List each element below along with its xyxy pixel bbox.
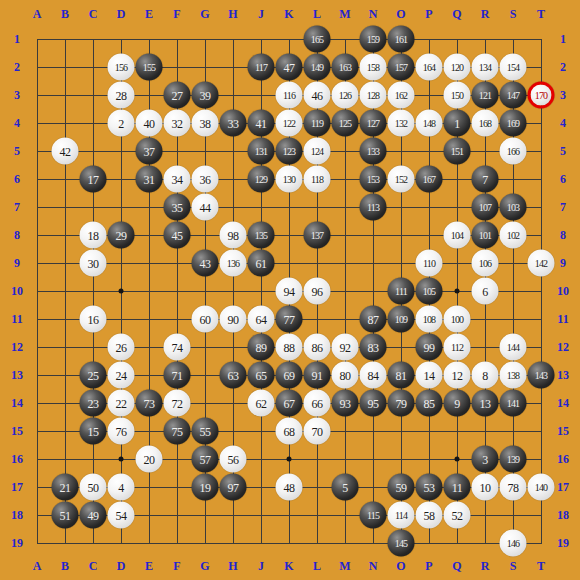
move-number: 127 [367, 118, 380, 128]
move-number: 159 [367, 34, 380, 44]
col-label-bottom: T [537, 560, 545, 572]
col-label-bottom: R [481, 560, 490, 572]
stone-white-d2[interactable]: 156 [108, 54, 135, 81]
row-label-right: 15 [557, 425, 569, 437]
row-label-left: 1 [14, 33, 20, 45]
stone-black-n11[interactable]: 87 [360, 306, 387, 333]
stone-white-p18[interactable]: 58 [416, 502, 443, 529]
stone-black-m17[interactable]: 5 [332, 474, 359, 501]
stone-black-c13[interactable]: 25 [80, 362, 107, 389]
row-label-left: 8 [14, 229, 20, 241]
stone-black-p17[interactable]: 53 [416, 474, 443, 501]
stone-white-l6[interactable]: 118 [304, 166, 331, 193]
stone-white-t9[interactable]: 142 [528, 250, 555, 277]
stone-white-e4[interactable]: 40 [136, 110, 163, 137]
stone-black-r7[interactable]: 107 [472, 194, 499, 221]
stone-white-l5[interactable]: 124 [304, 138, 331, 165]
stone-white-h16[interactable]: 56 [220, 446, 247, 473]
stone-black-n18[interactable]: 115 [360, 502, 387, 529]
row-label-left: 6 [14, 173, 20, 185]
move-number: 81 [396, 369, 407, 381]
stone-black-c18[interactable]: 49 [80, 502, 107, 529]
stone-black-p10[interactable]: 105 [416, 278, 443, 305]
col-label-bottom: Q [452, 560, 461, 572]
col-label-top: P [425, 8, 432, 20]
stone-white-s2[interactable]: 154 [500, 54, 527, 81]
stone-white-k10[interactable]: 94 [276, 278, 303, 305]
stone-white-l10[interactable]: 96 [304, 278, 331, 305]
stone-white-l12[interactable]: 86 [304, 334, 331, 361]
col-label-top: F [173, 8, 180, 20]
stone-white-r13[interactable]: 8 [472, 362, 499, 389]
stone-black-n1[interactable]: 159 [360, 26, 387, 53]
col-label-top: L [313, 8, 321, 20]
move-number: 23 [88, 397, 99, 409]
stone-black-s3[interactable]: 147 [500, 82, 527, 109]
stone-white-c9[interactable]: 30 [80, 250, 107, 277]
stone-black-h4[interactable]: 33 [220, 110, 247, 137]
stone-white-o18[interactable]: 114 [388, 502, 415, 529]
move-number: 46 [312, 89, 323, 101]
move-number: 130 [283, 174, 296, 184]
row-label-right: 11 [557, 313, 568, 325]
move-number: 93 [340, 397, 351, 409]
row-label-right: 2 [560, 61, 566, 73]
move-number: 44 [200, 201, 211, 213]
stone-white-f6[interactable]: 34 [164, 166, 191, 193]
stone-black-l4[interactable]: 119 [304, 110, 331, 137]
move-number: 72 [172, 397, 183, 409]
stone-white-p13[interactable]: 14 [416, 362, 443, 389]
move-number: 136 [227, 258, 240, 268]
move-number: 118 [311, 174, 323, 184]
stone-white-d15[interactable]: 76 [108, 418, 135, 445]
move-number: 89 [256, 341, 267, 353]
stone-white-p4[interactable]: 148 [416, 110, 443, 137]
stone-white-o6[interactable]: 152 [388, 166, 415, 193]
move-number: 135 [255, 230, 268, 240]
stone-black-s16[interactable]: 139 [500, 446, 527, 473]
move-number: 134 [479, 62, 492, 72]
col-label-bottom: K [284, 560, 293, 572]
stone-black-r8[interactable]: 101 [472, 222, 499, 249]
row-label-left: 18 [11, 509, 23, 521]
move-number: 120 [451, 62, 464, 72]
stone-white-h11[interactable]: 90 [220, 306, 247, 333]
stone-white-d13[interactable]: 24 [108, 362, 135, 389]
stone-white-p11[interactable]: 108 [416, 306, 443, 333]
stone-black-f7[interactable]: 35 [164, 194, 191, 221]
stone-black-j12[interactable]: 89 [248, 334, 275, 361]
stone-white-g11[interactable]: 60 [192, 306, 219, 333]
star-point [455, 457, 460, 462]
row-label-left: 15 [11, 425, 23, 437]
stone-white-q18[interactable]: 52 [444, 502, 471, 529]
stone-black-b17[interactable]: 21 [52, 474, 79, 501]
stone-black-c6[interactable]: 17 [80, 166, 107, 193]
stone-white-k6[interactable]: 130 [276, 166, 303, 193]
stone-white-r9[interactable]: 106 [472, 250, 499, 277]
col-label-bottom: P [425, 560, 432, 572]
col-label-top: M [339, 8, 350, 20]
stone-black-r6[interactable]: 7 [472, 166, 499, 193]
move-number: 165 [311, 34, 324, 44]
col-label-top: N [369, 8, 378, 20]
move-number: 70 [312, 425, 323, 437]
stone-black-o14[interactable]: 79 [388, 390, 415, 417]
move-number: 156 [115, 62, 128, 72]
stone-black-s14[interactable]: 141 [500, 390, 527, 417]
stone-white-n2[interactable]: 158 [360, 54, 387, 81]
stone-white-d3[interactable]: 28 [108, 82, 135, 109]
stone-white-n3[interactable]: 128 [360, 82, 387, 109]
move-number: 116 [283, 90, 295, 100]
stone-black-n12[interactable]: 83 [360, 334, 387, 361]
move-number: 100 [451, 314, 464, 324]
move-number: 104 [451, 230, 464, 240]
move-number: 117 [255, 62, 267, 72]
stone-black-j9[interactable]: 61 [248, 250, 275, 277]
stone-black-f3[interactable]: 27 [164, 82, 191, 109]
col-label-bottom: E [145, 560, 153, 572]
move-number: 124 [311, 146, 324, 156]
stone-black-g3[interactable]: 39 [192, 82, 219, 109]
move-number: 37 [144, 145, 155, 157]
move-number: 19 [200, 481, 211, 493]
stone-white-o3[interactable]: 162 [388, 82, 415, 109]
col-label-top: R [481, 8, 490, 20]
stone-black-s7[interactable]: 103 [500, 194, 527, 221]
stone-white-l3[interactable]: 46 [304, 82, 331, 109]
row-label-right: 1 [560, 33, 566, 45]
stone-black-g9[interactable]: 43 [192, 250, 219, 277]
stone-white-q13[interactable]: 12 [444, 362, 471, 389]
stone-white-b5[interactable]: 42 [52, 138, 79, 165]
stone-black-m14[interactable]: 93 [332, 390, 359, 417]
stone-black-n14[interactable]: 95 [360, 390, 387, 417]
move-number: 158 [367, 62, 380, 72]
stone-white-f12[interactable]: 74 [164, 334, 191, 361]
stone-black-n5[interactable]: 133 [360, 138, 387, 165]
stone-white-k12[interactable]: 88 [276, 334, 303, 361]
stone-white-q12[interactable]: 112 [444, 334, 471, 361]
stone-white-h9[interactable]: 136 [220, 250, 247, 277]
stone-white-t3[interactable]: 170 [528, 82, 555, 109]
move-number: 97 [228, 481, 239, 493]
stone-black-k11[interactable]: 77 [276, 306, 303, 333]
stone-black-c15[interactable]: 15 [80, 418, 107, 445]
move-number: 103 [507, 202, 520, 212]
move-number: 170 [535, 90, 548, 100]
stone-white-m12[interactable]: 92 [332, 334, 359, 361]
stone-white-d17[interactable]: 4 [108, 474, 135, 501]
stone-black-o19[interactable]: 145 [388, 530, 415, 557]
move-number: 38 [200, 117, 211, 129]
stone-black-b18[interactable]: 51 [52, 502, 79, 529]
stone-black-o1[interactable]: 161 [388, 26, 415, 53]
stone-black-k14[interactable]: 67 [276, 390, 303, 417]
stone-white-j11[interactable]: 64 [248, 306, 275, 333]
stone-white-r10[interactable]: 6 [472, 278, 499, 305]
star-point [119, 457, 124, 462]
move-number: 18 [88, 229, 99, 241]
stone-black-j13[interactable]: 65 [248, 362, 275, 389]
move-number: 128 [367, 90, 380, 100]
stone-black-f15[interactable]: 75 [164, 418, 191, 445]
move-number: 152 [395, 174, 408, 184]
stone-white-s8[interactable]: 102 [500, 222, 527, 249]
move-number: 107 [479, 202, 492, 212]
move-number: 148 [423, 118, 436, 128]
stone-black-m2[interactable]: 163 [332, 54, 359, 81]
move-number: 16 [88, 313, 99, 325]
stone-white-l14[interactable]: 66 [304, 390, 331, 417]
stone-black-o13[interactable]: 81 [388, 362, 415, 389]
stone-white-d4[interactable]: 2 [108, 110, 135, 137]
stone-white-s12[interactable]: 144 [500, 334, 527, 361]
stone-white-k3[interactable]: 116 [276, 82, 303, 109]
stone-white-e16[interactable]: 20 [136, 446, 163, 473]
stone-white-c8[interactable]: 18 [80, 222, 107, 249]
stone-black-t13[interactable]: 143 [528, 362, 555, 389]
stone-black-l8[interactable]: 137 [304, 222, 331, 249]
stone-white-d14[interactable]: 22 [108, 390, 135, 417]
col-label-bottom: D [117, 560, 126, 572]
row-label-right: 19 [557, 537, 569, 549]
move-number: 155 [143, 62, 156, 72]
row-label-right: 10 [557, 285, 569, 297]
move-number: 42 [60, 145, 71, 157]
stone-white-j14[interactable]: 62 [248, 390, 275, 417]
move-number: 151 [451, 146, 464, 156]
move-number: 67 [284, 397, 295, 409]
move-number: 39 [200, 89, 211, 101]
move-number: 5 [342, 481, 348, 493]
move-number: 78 [508, 481, 519, 493]
col-label-top: G [200, 8, 209, 20]
row-label-left: 19 [11, 537, 23, 549]
row-label-right: 16 [557, 453, 569, 465]
col-label-bottom: J [258, 560, 264, 572]
move-number: 31 [144, 173, 155, 185]
stone-black-o2[interactable]: 157 [388, 54, 415, 81]
stone-black-k5[interactable]: 123 [276, 138, 303, 165]
move-number: 9 [454, 397, 460, 409]
stone-white-t17[interactable]: 140 [528, 474, 555, 501]
row-label-left: 12 [11, 341, 23, 353]
stone-white-s5[interactable]: 166 [500, 138, 527, 165]
stone-white-k15[interactable]: 68 [276, 418, 303, 445]
move-number: 76 [116, 425, 127, 437]
row-label-left: 9 [14, 257, 20, 269]
stone-white-g7[interactable]: 44 [192, 194, 219, 221]
stone-white-r17[interactable]: 10 [472, 474, 499, 501]
move-number: 121 [479, 90, 492, 100]
stone-white-r2[interactable]: 134 [472, 54, 499, 81]
stone-black-j6[interactable]: 129 [248, 166, 275, 193]
move-number: 125 [339, 118, 352, 128]
move-number: 48 [284, 481, 295, 493]
stone-black-f8[interactable]: 45 [164, 222, 191, 249]
stone-white-p2[interactable]: 164 [416, 54, 443, 81]
row-label-right: 12 [557, 341, 569, 353]
stone-white-l15[interactable]: 70 [304, 418, 331, 445]
col-label-bottom: B [61, 560, 69, 572]
row-label-left: 10 [11, 285, 23, 297]
stone-black-m4[interactable]: 125 [332, 110, 359, 137]
stone-black-k2[interactable]: 47 [276, 54, 303, 81]
stone-white-h8[interactable]: 98 [220, 222, 247, 249]
stone-white-o4[interactable]: 132 [388, 110, 415, 137]
move-number: 86 [312, 341, 323, 353]
stone-black-s4[interactable]: 169 [500, 110, 527, 137]
move-number: 129 [255, 174, 268, 184]
row-label-right: 8 [560, 229, 566, 241]
stone-black-n6[interactable]: 153 [360, 166, 387, 193]
stone-white-q2[interactable]: 120 [444, 54, 471, 81]
row-label-right: 7 [560, 201, 566, 213]
stone-black-e5[interactable]: 37 [136, 138, 163, 165]
stone-black-h13[interactable]: 63 [220, 362, 247, 389]
stone-black-q5[interactable]: 151 [444, 138, 471, 165]
col-label-top: K [284, 8, 293, 20]
col-label-bottom: C [89, 560, 98, 572]
stone-white-s13[interactable]: 138 [500, 362, 527, 389]
stone-black-o10[interactable]: 111 [388, 278, 415, 305]
move-number: 21 [60, 481, 71, 493]
stone-black-p14[interactable]: 85 [416, 390, 443, 417]
col-label-top: O [396, 8, 405, 20]
col-label-bottom: A [33, 560, 42, 572]
star-point [287, 457, 292, 462]
move-number: 167 [423, 174, 436, 184]
stone-white-c11[interactable]: 16 [80, 306, 107, 333]
stone-black-r3[interactable]: 121 [472, 82, 499, 109]
move-number: 133 [367, 146, 380, 156]
move-number: 24 [116, 369, 127, 381]
move-number: 56 [228, 453, 239, 465]
stone-black-f13[interactable]: 71 [164, 362, 191, 389]
stone-black-e14[interactable]: 73 [136, 390, 163, 417]
row-label-right: 13 [557, 369, 569, 381]
stone-black-n7[interactable]: 113 [360, 194, 387, 221]
stone-black-d8[interactable]: 29 [108, 222, 135, 249]
move-number: 50 [88, 481, 99, 493]
stone-white-q8[interactable]: 104 [444, 222, 471, 249]
stone-white-d18[interactable]: 54 [108, 502, 135, 529]
move-number: 122 [283, 118, 296, 128]
stone-black-j8[interactable]: 135 [248, 222, 275, 249]
move-number: 94 [284, 285, 295, 297]
move-number: 51 [60, 509, 71, 521]
stone-black-k13[interactable]: 69 [276, 362, 303, 389]
move-number: 84 [368, 369, 379, 381]
stone-white-d12[interactable]: 26 [108, 334, 135, 361]
move-number: 90 [228, 313, 239, 325]
stone-black-c14[interactable]: 23 [80, 390, 107, 417]
stone-black-l2[interactable]: 149 [304, 54, 331, 81]
stone-black-j2[interactable]: 117 [248, 54, 275, 81]
stone-white-k17[interactable]: 48 [276, 474, 303, 501]
move-number: 142 [535, 258, 548, 268]
move-number: 168 [479, 118, 492, 128]
move-number: 22 [116, 397, 127, 409]
stone-black-q17[interactable]: 11 [444, 474, 471, 501]
col-label-top: S [510, 8, 517, 20]
stone-black-o17[interactable]: 59 [388, 474, 415, 501]
move-number: 61 [256, 257, 267, 269]
col-label-top: C [89, 8, 98, 20]
stone-black-j4[interactable]: 41 [248, 110, 275, 137]
move-number: 26 [116, 341, 127, 353]
stone-white-f4[interactable]: 32 [164, 110, 191, 137]
stone-white-c17[interactable]: 50 [80, 474, 107, 501]
move-number: 126 [339, 90, 352, 100]
stone-black-p12[interactable]: 99 [416, 334, 443, 361]
col-label-top: D [117, 8, 126, 20]
stone-black-e2[interactable]: 155 [136, 54, 163, 81]
move-number: 150 [451, 90, 464, 100]
stone-white-r4[interactable]: 168 [472, 110, 499, 137]
move-number: 141 [507, 398, 520, 408]
stone-black-h17[interactable]: 97 [220, 474, 247, 501]
stone-black-r14[interactable]: 13 [472, 390, 499, 417]
stone-white-q11[interactable]: 100 [444, 306, 471, 333]
stone-black-g17[interactable]: 19 [192, 474, 219, 501]
stone-black-g16[interactable]: 57 [192, 446, 219, 473]
go-board-stage: 1234567891011121314151617181920212223242… [0, 0, 580, 580]
col-label-top: H [228, 8, 237, 20]
stone-black-e6[interactable]: 31 [136, 166, 163, 193]
move-number: 119 [311, 118, 323, 128]
col-label-top: A [33, 8, 42, 20]
stone-black-p6[interactable]: 167 [416, 166, 443, 193]
stone-white-s17[interactable]: 78 [500, 474, 527, 501]
stone-white-g6[interactable]: 36 [192, 166, 219, 193]
stone-black-q4[interactable]: 1 [444, 110, 471, 137]
col-label-top: T [537, 8, 545, 20]
stone-black-n4[interactable]: 127 [360, 110, 387, 137]
stone-white-s19[interactable]: 146 [500, 530, 527, 557]
stone-white-p9[interactable]: 110 [416, 250, 443, 277]
stone-black-l13[interactable]: 91 [304, 362, 331, 389]
move-number: 79 [396, 397, 407, 409]
move-number: 88 [284, 341, 295, 353]
stone-white-m3[interactable]: 126 [332, 82, 359, 109]
stone-white-k4[interactable]: 122 [276, 110, 303, 137]
stone-white-n13[interactable]: 84 [360, 362, 387, 389]
stone-black-l1[interactable]: 165 [304, 26, 331, 53]
stone-black-q14[interactable]: 9 [444, 390, 471, 417]
stone-white-q3[interactable]: 150 [444, 82, 471, 109]
move-number: 99 [424, 341, 435, 353]
move-number: 35 [172, 201, 183, 213]
stone-white-g4[interactable]: 38 [192, 110, 219, 137]
move-number: 17 [88, 173, 99, 185]
stone-black-j5[interactable]: 131 [248, 138, 275, 165]
stone-white-m13[interactable]: 80 [332, 362, 359, 389]
row-label-left: 3 [14, 89, 20, 101]
move-number: 87 [368, 313, 379, 325]
move-number: 109 [395, 314, 408, 324]
row-label-right: 5 [560, 145, 566, 157]
move-number: 6 [482, 285, 488, 297]
stone-black-o11[interactable]: 109 [388, 306, 415, 333]
move-number: 105 [423, 286, 436, 296]
stone-white-f14[interactable]: 72 [164, 390, 191, 417]
stone-black-r16[interactable]: 3 [472, 446, 499, 473]
stone-black-g15[interactable]: 55 [192, 418, 219, 445]
